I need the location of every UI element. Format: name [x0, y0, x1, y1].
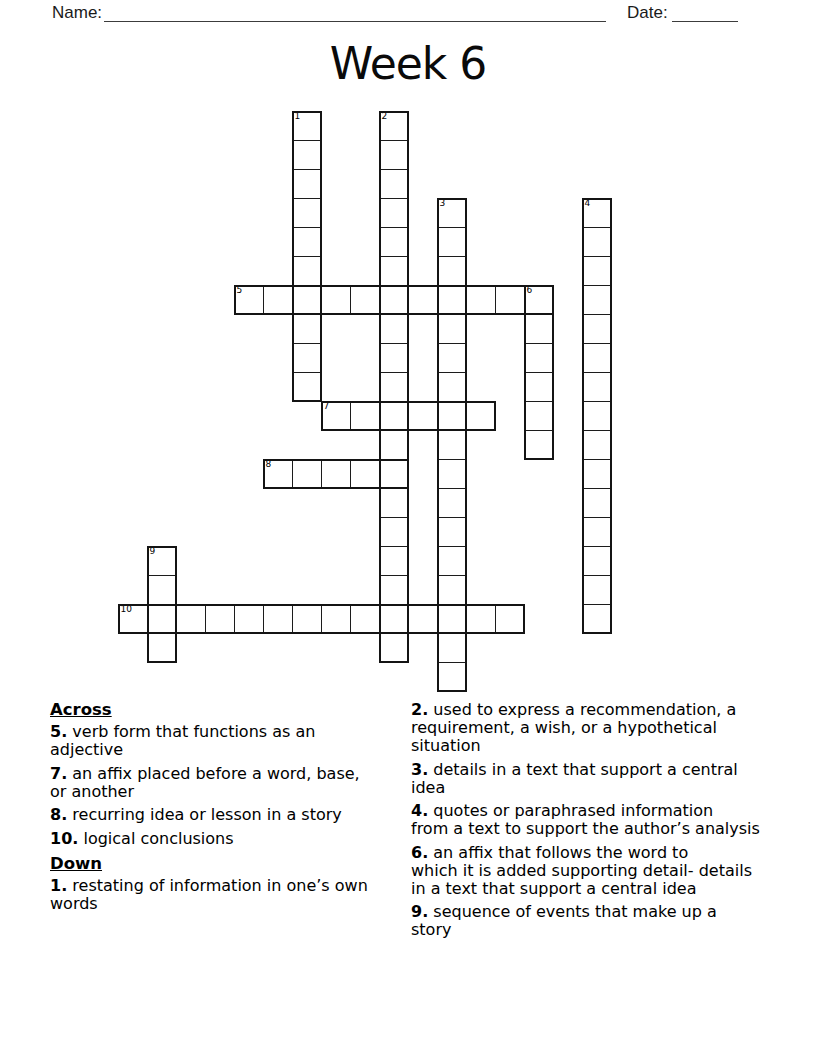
- grid-cell-r15c9[interactable]: [379, 546, 409, 576]
- grid-cell-r3c16[interactable]: 4: [582, 198, 612, 228]
- grid-cell-r15c16[interactable]: [582, 546, 612, 576]
- grid-cell-r9c16[interactable]: [582, 372, 612, 402]
- grid-cell-r12c5[interactable]: 8: [263, 459, 293, 489]
- name-label: Name:: [52, 3, 102, 23]
- grid-cell-r6c4[interactable]: 5: [234, 285, 264, 315]
- grid-cell-r6c8[interactable]: [350, 285, 380, 315]
- grid-cell-r17c3[interactable]: [205, 604, 235, 634]
- grid-cell-r14c9[interactable]: [379, 517, 409, 547]
- grid-cell-r9c11[interactable]: [437, 372, 467, 402]
- clue-down-2-number: 2.: [411, 700, 428, 719]
- cell-number-5: 5: [237, 285, 243, 296]
- clue-down-6-text: an affix that follows the word to which …: [411, 843, 752, 898]
- grid-cell-r7c14[interactable]: [524, 314, 554, 344]
- grid-cell-r1c9[interactable]: [379, 140, 409, 170]
- cell-number-9: 9: [150, 546, 156, 557]
- grid-cell-r6c14[interactable]: 6: [524, 285, 554, 315]
- grid-cell-r11c16[interactable]: [582, 430, 612, 460]
- clue-down-6: 6. an affix that follows the word to whi…: [411, 844, 811, 898]
- grid-cell-r4c16[interactable]: [582, 227, 612, 257]
- date-label: Date:: [627, 3, 668, 23]
- grid-cell-r6c16[interactable]: [582, 285, 612, 315]
- grid-cell-r1c6[interactable]: [292, 140, 322, 170]
- grid-cell-r13c11[interactable]: [437, 488, 467, 518]
- grid-cell-r12c9[interactable]: [379, 459, 409, 489]
- grid-cell-r17c12[interactable]: [466, 604, 496, 634]
- grid-cell-r4c6[interactable]: [292, 227, 322, 257]
- clue-down-9-number: 9.: [411, 902, 428, 921]
- clue-across-5-number: 5.: [50, 722, 67, 741]
- grid-cell-r2c6[interactable]: [292, 169, 322, 199]
- clue-down-2-text: used to express a recommendation, a requ…: [411, 700, 736, 755]
- clue-across-5-text: verb form that functions as an adjective: [50, 722, 315, 759]
- grid-cell-r16c1[interactable]: [147, 575, 177, 605]
- clue-down-1: 1. restating of information in one’s own…: [50, 877, 408, 913]
- clue-down-3-number: 3.: [411, 760, 428, 779]
- grid-cell-r17c9[interactable]: [379, 604, 409, 634]
- grid-cell-r2c9[interactable]: [379, 169, 409, 199]
- grid-cell-r17c4[interactable]: [234, 604, 264, 634]
- grid-cell-r6c13[interactable]: [495, 285, 525, 315]
- grid-cell-r12c11[interactable]: [437, 459, 467, 489]
- clue-down-6-number: 6.: [411, 843, 428, 862]
- grid-cell-r9c14[interactable]: [524, 372, 554, 402]
- grid-cell-r19c11[interactable]: [437, 662, 467, 692]
- grid-cell-r15c11[interactable]: [437, 546, 467, 576]
- grid-cell-r12c6[interactable]: [292, 459, 322, 489]
- grid-cell-r17c13[interactable]: [495, 604, 525, 634]
- grid-cell-r11c14[interactable]: [524, 430, 554, 460]
- grid-cell-r13c9[interactable]: [379, 488, 409, 518]
- grid-cell-r3c6[interactable]: [292, 198, 322, 228]
- grid-cell-r8c9[interactable]: [379, 343, 409, 373]
- cell-number-3: 3: [440, 198, 446, 209]
- grid-cell-r11c11[interactable]: [437, 430, 467, 460]
- grid-cell-r8c16[interactable]: [582, 343, 612, 373]
- grid-cell-r10c14[interactable]: [524, 401, 554, 431]
- grid-cell-r17c16[interactable]: [582, 604, 612, 634]
- grid-cell-r18c1[interactable]: [147, 633, 177, 663]
- grid-cell-r0c9[interactable]: 2: [379, 111, 409, 141]
- grid-cell-r6c5[interactable]: [263, 285, 293, 315]
- grid-cell-r9c6[interactable]: [292, 372, 322, 402]
- clue-down-1-number: 1.: [50, 876, 67, 895]
- grid-cell-r9c9[interactable]: [379, 372, 409, 402]
- grid-cell-r14c16[interactable]: [582, 517, 612, 547]
- across-heading: Across: [50, 701, 408, 719]
- grid-cell-r6c7[interactable]: [321, 285, 351, 315]
- cell-number-6: 6: [527, 285, 533, 296]
- down-heading: Down: [50, 855, 408, 873]
- clue-down-2: 2. used to express a recommendation, a r…: [411, 701, 811, 755]
- clue-down-4-number: 4.: [411, 801, 428, 820]
- clue-down-9: 9. sequence of events that make up a sto…: [411, 903, 811, 939]
- cell-number-2: 2: [382, 111, 388, 122]
- grid-cell-r3c11[interactable]: 3: [437, 198, 467, 228]
- grid-cell-r8c11[interactable]: [437, 343, 467, 373]
- grid-cell-r15c1[interactable]: 9: [147, 546, 177, 576]
- grid-cell-r6c10[interactable]: [408, 285, 438, 315]
- grid-cell-r17c1[interactable]: [147, 604, 177, 634]
- clues-left-column: Across 5. verb form that functions as an…: [50, 701, 408, 918]
- grid-cell-r7c6[interactable]: [292, 314, 322, 344]
- clue-down-3: 3. details in a text that support a cent…: [411, 761, 811, 797]
- grid-cell-r16c11[interactable]: [437, 575, 467, 605]
- clue-down-4: 4. quotes or paraphrased information fro…: [411, 802, 811, 838]
- grid-cell-r12c8[interactable]: [350, 459, 380, 489]
- grid-cell-r6c6[interactable]: [292, 285, 322, 315]
- grid-cell-r10c9[interactable]: [379, 401, 409, 431]
- date-input-line[interactable]: [672, 21, 738, 22]
- cell-number-8: 8: [266, 459, 272, 470]
- grid-cell-r6c9[interactable]: [379, 285, 409, 315]
- grid-cell-r16c16[interactable]: [582, 575, 612, 605]
- grid-cell-r17c7[interactable]: [321, 604, 351, 634]
- grid-cell-r17c5[interactable]: [263, 604, 293, 634]
- grid-cell-r7c11[interactable]: [437, 314, 467, 344]
- grid-cell-r5c9[interactable]: [379, 256, 409, 286]
- grid-cell-r17c8[interactable]: [350, 604, 380, 634]
- page-title: Week 6: [0, 38, 816, 89]
- clue-across-10-text: logical conclusions: [83, 829, 233, 848]
- grid-cell-r11c9[interactable]: [379, 430, 409, 460]
- grid-cell-r5c16[interactable]: [582, 256, 612, 286]
- crossword-grid: 12345678910: [118, 111, 612, 692]
- cell-number-10: 10: [121, 604, 132, 615]
- clue-across-7: 7. an affix placed before a word, base, …: [50, 765, 408, 801]
- cell-number-4: 4: [585, 198, 591, 209]
- grid-cell-r7c9[interactable]: [379, 314, 409, 344]
- grid-cell-r12c16[interactable]: [582, 459, 612, 489]
- clue-across-7-text: an affix placed before a word, base, or …: [50, 764, 360, 801]
- grid-cell-r10c16[interactable]: [582, 401, 612, 431]
- grid-cell-r18c11[interactable]: [437, 633, 467, 663]
- grid-cell-r10c12[interactable]: [466, 401, 496, 431]
- clue-across-5: 5. verb form that functions as an adject…: [50, 723, 408, 759]
- grid-cell-r6c11[interactable]: [437, 285, 467, 315]
- clue-down-3-text: details in a text that support a central…: [411, 760, 738, 797]
- grid-cell-r5c6[interactable]: [292, 256, 322, 286]
- grid-cell-r17c0[interactable]: 10: [118, 604, 148, 634]
- clue-down-1-text: restating of information in one’s own wo…: [50, 876, 368, 913]
- grid-cell-r8c14[interactable]: [524, 343, 554, 373]
- clue-across-8-number: 8.: [50, 805, 67, 824]
- grid-cell-r0c6[interactable]: 1: [292, 111, 322, 141]
- grid-cell-r6c12[interactable]: [466, 285, 496, 315]
- grid-cell-r5c11[interactable]: [437, 256, 467, 286]
- grid-cell-r4c11[interactable]: [437, 227, 467, 257]
- grid-cell-r17c6[interactable]: [292, 604, 322, 634]
- grid-cell-r14c11[interactable]: [437, 517, 467, 547]
- grid-cell-r8c6[interactable]: [292, 343, 322, 373]
- clue-across-8-text: recurring idea or lesson in a story: [72, 805, 341, 824]
- grid-cell-r17c10[interactable]: [408, 604, 438, 634]
- grid-cell-r16c9[interactable]: [379, 575, 409, 605]
- grid-cell-r4c9[interactable]: [379, 227, 409, 257]
- clue-down-4-text: quotes or paraphrased information from a…: [411, 801, 760, 838]
- grid-cell-r10c8[interactable]: [350, 401, 380, 431]
- grid-cell-r10c11[interactable]: [437, 401, 467, 431]
- grid-cell-r7c16[interactable]: [582, 314, 612, 344]
- grid-cell-r3c9[interactable]: [379, 198, 409, 228]
- clue-across-10-number: 10.: [50, 829, 78, 848]
- clue-across-10: 10. logical conclusions: [50, 830, 408, 848]
- grid-cell-r18c9[interactable]: [379, 633, 409, 663]
- grid-cell-r10c10[interactable]: [408, 401, 438, 431]
- grid-cell-r13c16[interactable]: [582, 488, 612, 518]
- clues-right-column: 2. used to express a recommendation, a r…: [411, 701, 811, 945]
- grid-cell-r17c11[interactable]: [437, 604, 467, 634]
- grid-cell-r17c2[interactable]: [176, 604, 206, 634]
- cell-number-1: 1: [295, 111, 301, 122]
- clue-across-7-number: 7.: [50, 764, 67, 783]
- grid-cell-r12c7[interactable]: [321, 459, 351, 489]
- clue-across-8: 8. recurring idea or lesson in a story: [50, 806, 408, 824]
- name-input-line[interactable]: [104, 21, 606, 22]
- cell-number-7: 7: [324, 401, 330, 412]
- grid-cell-r10c7[interactable]: 7: [321, 401, 351, 431]
- clue-down-9-text: sequence of events that make up a story: [411, 902, 717, 939]
